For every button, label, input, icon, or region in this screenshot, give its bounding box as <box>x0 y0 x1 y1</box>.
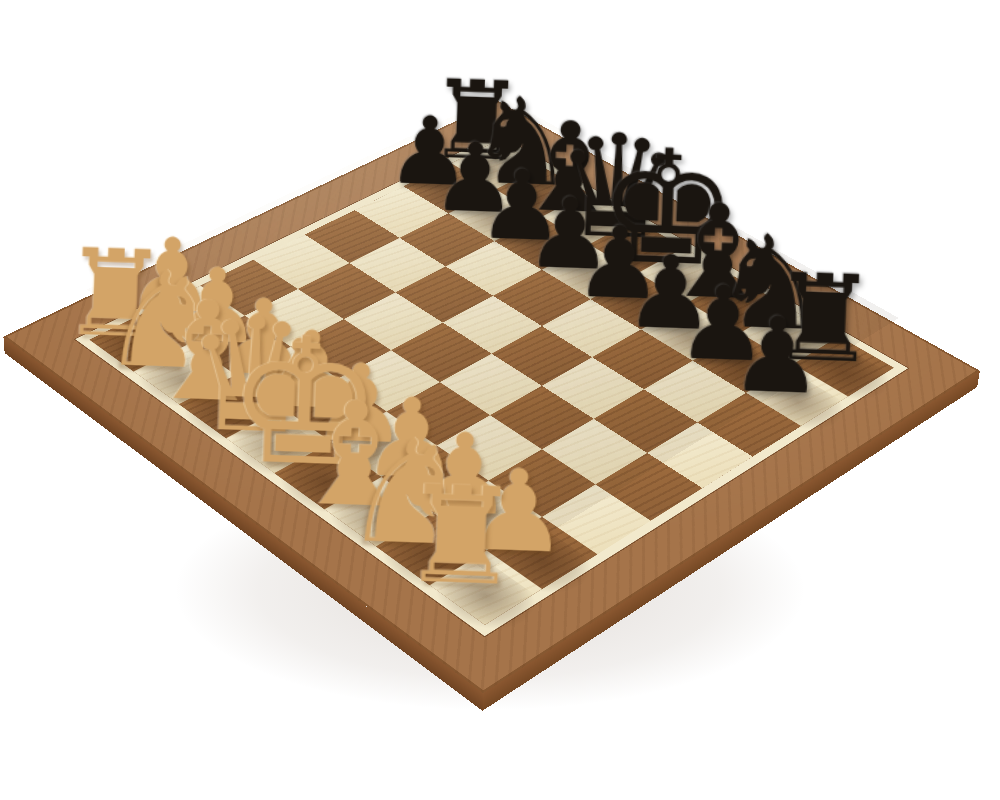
scene: ♜♞♝♛♚♝♞♜♟♟♟♟♟♟♟♟♟♟♟♟♟♟♟♟♜♞♝♛♚♝♞♜ <box>0 0 1000 800</box>
scene-caption: Wooden Staunton chess set on a mahogany … <box>0 0 1 1</box>
black-pawn-h7[interactable]: ♟ <box>682 301 873 411</box>
chess-board: ♜♞♝♛♚♝♞♜♟♟♟♟♟♟♟♟♟♟♟♟♟♟♟♟♜♞♝♛♚♝♞♜ <box>3 101 979 693</box>
board-grid: ♜♞♝♛♚♝♞♜♟♟♟♟♟♟♟♟♟♟♟♟♟♟♟♟♜♞♝♛♚♝♞♜ <box>75 134 908 636</box>
white-rook-h1[interactable]: ♜ <box>356 466 567 608</box>
photo-stage: Wooden Staunton chess set on a mahogany … <box>0 0 1000 800</box>
square-h1[interactable]: ♜ <box>430 550 542 625</box>
